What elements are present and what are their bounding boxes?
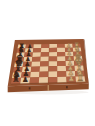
- square-c3: [57, 52, 65, 57]
- square-d4: [49, 56, 57, 61]
- square-c4: [49, 52, 57, 57]
- piece-white-pawn-h2: ♟: [68, 74, 75, 83]
- piece-white-rook-h1: ♜: [76, 73, 84, 83]
- square-c5: [41, 52, 49, 57]
- square-b4: [49, 48, 57, 52]
- square-h5: [39, 77, 48, 83]
- square-h4: [48, 77, 57, 83]
- piece-black-rook-h8: ♜: [12, 74, 20, 84]
- square-f6: [31, 66, 40, 72]
- square-e5: [40, 61, 49, 66]
- square-e6: [31, 61, 40, 66]
- square-a3: [57, 44, 65, 48]
- square-a5: [41, 44, 49, 48]
- square-g3: [57, 71, 66, 77]
- square-b5: [41, 48, 49, 52]
- square-b3: [57, 48, 65, 52]
- square-f3: [57, 66, 66, 71]
- square-f4: [48, 66, 57, 71]
- square-g5: [39, 72, 48, 78]
- square-c6: [32, 52, 41, 57]
- square-f5: [40, 66, 49, 71]
- square-a6: [33, 44, 41, 48]
- chess-board: ♜♟♟♜♞♟♟♞♝♟♟♝♛♟♟♛♚♟♟♚♝♟♟♝♞♟♟♞♜♟♟♜: [0, 0, 95, 126]
- square-d3: [57, 56, 65, 61]
- square-e4: [49, 61, 58, 66]
- square-e3: [57, 61, 66, 66]
- square-g6: [30, 72, 39, 78]
- square-a4: [49, 44, 57, 48]
- square-h3: [57, 77, 66, 83]
- apron-clasp-1: [29, 87, 31, 89]
- square-h6: [30, 77, 40, 83]
- chess-set-product-photo: ♜♟♟♜♞♟♟♞♝♟♟♝♛♟♟♛♚♟♟♚♝♟♟♝♞♟♟♞♜♟♟♜: [0, 0, 95, 126]
- apron-clasp-2: [66, 86, 68, 88]
- square-g4: [48, 71, 57, 77]
- square-d5: [40, 57, 49, 62]
- square-b6: [33, 48, 41, 52]
- square-d6: [32, 57, 41, 62]
- piece-black-pawn-h7: ♟: [22, 75, 29, 84]
